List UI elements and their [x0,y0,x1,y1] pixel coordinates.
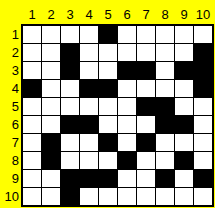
col-label-2: 2 [42,7,60,22]
cell-r5c9[interactable] [175,98,193,115]
cell-r10c3[interactable] [61,188,79,205]
cell-r10c2[interactable] [42,188,60,205]
cell-r9c6[interactable] [118,170,136,187]
cell-r8c8[interactable] [156,152,174,169]
cell-r6c9[interactable] [175,116,193,133]
cell-r1c6[interactable] [118,26,136,43]
cell-r4c10[interactable] [194,80,212,97]
cell-r5c4[interactable] [80,98,98,115]
cell-r4c7[interactable] [137,80,155,97]
cell-r9c4[interactable] [80,170,98,187]
cell-r6c5[interactable] [99,116,117,133]
cell-r5c5[interactable] [99,98,117,115]
cell-r1c10[interactable] [194,26,212,43]
cell-r3c5[interactable] [99,62,117,79]
cell-r4c1[interactable] [23,80,41,97]
cell-r3c7[interactable] [137,62,155,79]
cell-r1c2[interactable] [42,26,60,43]
cell-r5c8[interactable] [156,98,174,115]
row-label-6: 6 [0,116,19,133]
cell-r9c8[interactable] [156,170,174,187]
cell-r8c9[interactable] [175,152,193,169]
col-label-5: 5 [99,7,117,22]
row-label-3: 3 [0,62,19,79]
cell-r4c2[interactable] [42,80,60,97]
cell-r10c8[interactable] [156,188,174,205]
cell-r1c4[interactable] [80,26,98,43]
cell-r8c10[interactable] [194,152,212,169]
cell-r10c1[interactable] [23,188,41,205]
cell-r2c1[interactable] [23,44,41,61]
cell-r5c7[interactable] [137,98,155,115]
cell-r9c2[interactable] [42,170,60,187]
cell-r1c7[interactable] [137,26,155,43]
cell-r5c1[interactable] [23,98,41,115]
cell-r4c4[interactable] [80,80,98,97]
cell-r1c1[interactable] [23,26,41,43]
cell-r7c3[interactable] [61,134,79,151]
cell-r5c2[interactable] [42,98,60,115]
cell-r6c8[interactable] [156,116,174,133]
cell-r7c7[interactable] [137,134,155,151]
row-label-7: 7 [0,134,19,151]
cell-r1c9[interactable] [175,26,193,43]
cell-r3c10[interactable] [194,62,212,79]
cell-r3c4[interactable] [80,62,98,79]
puzzle-area: 12345678910 12345678910 [0,0,215,208]
cell-r7c6[interactable] [118,134,136,151]
cell-r3c6[interactable] [118,62,136,79]
cell-r2c9[interactable] [175,44,193,61]
cell-r8c2[interactable] [42,152,60,169]
cell-r7c8[interactable] [156,134,174,151]
cell-r7c4[interactable] [80,134,98,151]
col-label-6: 6 [118,7,136,22]
cell-r8c4[interactable] [80,152,98,169]
cell-r10c9[interactable] [175,188,193,205]
cell-r6c2[interactable] [42,116,60,133]
cell-r2c5[interactable] [99,44,117,61]
cell-r8c1[interactable] [23,152,41,169]
cell-r2c10[interactable] [194,44,212,61]
cell-r7c9[interactable] [175,134,193,151]
cell-r7c2[interactable] [42,134,60,151]
cell-r10c7[interactable] [137,188,155,205]
cell-r2c4[interactable] [80,44,98,61]
cell-r1c5[interactable] [99,26,117,43]
cell-r5c10[interactable] [194,98,212,115]
cell-r4c3[interactable] [61,80,79,97]
cell-r6c4[interactable] [80,116,98,133]
cell-r9c10[interactable] [194,170,212,187]
cell-r3c1[interactable] [23,62,41,79]
cell-r4c5[interactable] [99,80,117,97]
cell-r8c7[interactable] [137,152,155,169]
puzzle-board [21,24,214,207]
cell-r8c5[interactable] [99,152,117,169]
cell-r7c5[interactable] [99,134,117,151]
row-label-2: 2 [0,44,19,61]
cell-r2c3[interactable] [61,44,79,61]
cell-r10c6[interactable] [118,188,136,205]
cell-r5c3[interactable] [61,98,79,115]
cell-r2c8[interactable] [156,44,174,61]
cell-r7c1[interactable] [23,134,41,151]
cell-r3c8[interactable] [156,62,174,79]
cell-r10c4[interactable] [80,188,98,205]
cell-r6c6[interactable] [118,116,136,133]
cell-r4c9[interactable] [175,80,193,97]
cell-r6c1[interactable] [23,116,41,133]
cell-r2c2[interactable] [42,44,60,61]
cell-r1c3[interactable] [61,26,79,43]
cell-r2c6[interactable] [118,44,136,61]
row-label-4: 4 [0,80,19,97]
col-label-7: 7 [137,7,155,22]
cell-r9c1[interactable] [23,170,41,187]
col-label-3: 3 [61,7,79,22]
cell-r6c3[interactable] [61,116,79,133]
cell-r3c9[interactable] [175,62,193,79]
cell-r7c10[interactable] [194,134,212,151]
cell-r1c8[interactable] [156,26,174,43]
row-label-9: 9 [0,170,19,187]
cell-r3c2[interactable] [42,62,60,79]
row-label-5: 5 [0,98,19,115]
cell-r10c5[interactable] [99,188,117,205]
cell-r4c6[interactable] [118,80,136,97]
cell-r6c10[interactable] [194,116,212,133]
row-label-8: 8 [0,152,19,169]
col-label-1: 1 [23,7,41,22]
cell-r10c10[interactable] [194,188,212,205]
col-label-8: 8 [156,7,174,22]
cell-r9c3[interactable] [61,170,79,187]
cell-r9c5[interactable] [99,170,117,187]
cell-r8c3[interactable] [61,152,79,169]
col-label-4: 4 [80,7,98,22]
cell-r3c3[interactable] [61,62,79,79]
cell-r9c7[interactable] [137,170,155,187]
row-label-1: 1 [0,26,19,43]
cell-r4c8[interactable] [156,80,174,97]
cell-r9c9[interactable] [175,170,193,187]
row-label-10: 10 [0,188,19,205]
cell-r6c7[interactable] [137,116,155,133]
cell-r5c6[interactable] [118,98,136,115]
col-label-9: 9 [175,7,193,22]
cell-r2c7[interactable] [137,44,155,61]
cell-r8c6[interactable] [118,152,136,169]
col-label-10: 10 [194,7,212,22]
